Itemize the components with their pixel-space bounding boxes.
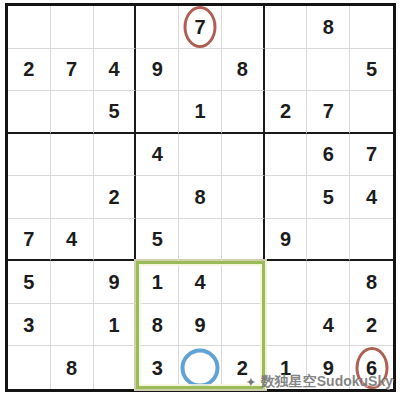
digit: 5 bbox=[323, 187, 334, 207]
cell-r2c5[interactable] bbox=[179, 49, 222, 92]
digit: 5 bbox=[23, 272, 34, 292]
cell-r8c3[interactable]: 1 bbox=[94, 304, 137, 347]
cell-r9c4[interactable]: 3 bbox=[136, 346, 179, 389]
cell-r3c7[interactable]: 2 bbox=[265, 91, 308, 134]
cell-r4c8[interactable]: 6 bbox=[307, 134, 350, 177]
digit: 5 bbox=[152, 229, 163, 249]
cell-r8c6[interactable] bbox=[222, 304, 265, 347]
cell-r4c3[interactable] bbox=[94, 134, 137, 177]
cell-r9c2[interactable]: 8 bbox=[51, 346, 94, 389]
digit: 4 bbox=[366, 187, 377, 207]
cell-r7c9[interactable]: 8 bbox=[350, 261, 393, 304]
cell-r3c9[interactable] bbox=[350, 91, 393, 134]
cell-r1c2[interactable] bbox=[51, 6, 94, 49]
cell-r7c4[interactable]: 1 bbox=[136, 261, 179, 304]
watermark-logo-icon: ✦ bbox=[244, 375, 258, 389]
cell-r1c1[interactable] bbox=[8, 6, 51, 49]
cell-r1c9[interactable] bbox=[350, 6, 393, 49]
cell-r3c3[interactable]: 5 bbox=[94, 91, 137, 134]
digit: 2 bbox=[280, 101, 291, 121]
cell-r5c7[interactable] bbox=[265, 176, 308, 219]
cell-r3c5[interactable]: 1 bbox=[179, 91, 222, 134]
digit: 8 bbox=[323, 17, 334, 37]
cell-r6c7[interactable]: 9 bbox=[265, 219, 308, 262]
cell-r8c2[interactable] bbox=[51, 304, 94, 347]
digit: 3 bbox=[23, 315, 34, 335]
digit: 7 bbox=[323, 101, 334, 121]
cell-r7c7[interactable] bbox=[265, 261, 308, 304]
cell-r8c9[interactable]: 2 bbox=[350, 304, 393, 347]
cell-r6c8[interactable] bbox=[307, 219, 350, 262]
cell-r3c6[interactable] bbox=[222, 91, 265, 134]
digit: 2 bbox=[366, 315, 377, 335]
cell-r3c1[interactable] bbox=[8, 91, 51, 134]
cell-r1c7[interactable] bbox=[265, 6, 308, 49]
digit: 4 bbox=[323, 315, 334, 335]
digit: 7 bbox=[23, 229, 34, 249]
cell-r7c2[interactable] bbox=[51, 261, 94, 304]
cell-r4c1[interactable] bbox=[8, 134, 51, 177]
cell-r2c7[interactable] bbox=[265, 49, 308, 92]
cell-r2c4[interactable]: 9 bbox=[136, 49, 179, 92]
digit: 7 bbox=[366, 144, 377, 164]
cell-r3c2[interactable] bbox=[51, 91, 94, 134]
cell-r1c3[interactable] bbox=[94, 6, 137, 49]
cell-r2c3[interactable]: 4 bbox=[94, 49, 137, 92]
cell-r6c4[interactable]: 5 bbox=[136, 219, 179, 262]
cell-r4c2[interactable] bbox=[51, 134, 94, 177]
sudoku-board: 7827498551274672854745959148318942832196 bbox=[5, 3, 396, 392]
digit: 1 bbox=[108, 315, 119, 335]
blue-circle-annotation bbox=[180, 348, 219, 387]
cell-r5c1[interactable] bbox=[8, 176, 51, 219]
digit: 6 bbox=[323, 144, 334, 164]
digit: 9 bbox=[280, 229, 291, 249]
cell-r1c6[interactable] bbox=[222, 6, 265, 49]
digit: 1 bbox=[194, 101, 205, 121]
digit: 3 bbox=[152, 358, 163, 378]
cell-r8c1[interactable]: 3 bbox=[8, 304, 51, 347]
cell-r7c3[interactable]: 9 bbox=[94, 261, 137, 304]
cell-r2c9[interactable]: 5 bbox=[350, 49, 393, 92]
cell-r3c4[interactable] bbox=[136, 91, 179, 134]
digit: 5 bbox=[366, 59, 377, 79]
cell-r4c4[interactable]: 4 bbox=[136, 134, 179, 177]
cell-r2c2[interactable]: 7 bbox=[51, 49, 94, 92]
cell-r9c5[interactable] bbox=[179, 346, 222, 389]
cell-r2c8[interactable] bbox=[307, 49, 350, 92]
cell-r5c4[interactable] bbox=[136, 176, 179, 219]
page: 7827498551274672854745959148318942832196… bbox=[0, 0, 400, 400]
cell-r1c5[interactable]: 7 bbox=[179, 6, 222, 49]
cell-r4c6[interactable] bbox=[222, 134, 265, 177]
digit: 7 bbox=[66, 59, 77, 79]
cell-r9c3[interactable] bbox=[94, 346, 137, 389]
cell-r7c5[interactable]: 4 bbox=[179, 261, 222, 304]
cell-r4c5[interactable] bbox=[179, 134, 222, 177]
cell-r6c6[interactable] bbox=[222, 219, 265, 262]
cell-r6c3[interactable] bbox=[94, 219, 137, 262]
digit: 4 bbox=[194, 272, 205, 292]
digit: 1 bbox=[152, 272, 163, 292]
cell-r8c8[interactable]: 4 bbox=[307, 304, 350, 347]
digit: 8 bbox=[66, 358, 77, 378]
cell-r6c5[interactable] bbox=[179, 219, 222, 262]
digit: 7 bbox=[194, 17, 205, 37]
cell-r5c2[interactable] bbox=[51, 176, 94, 219]
cell-r4c7[interactable] bbox=[265, 134, 308, 177]
cell-r5c3[interactable]: 2 bbox=[94, 176, 137, 219]
cell-r1c4[interactable] bbox=[136, 6, 179, 49]
digit: 8 bbox=[237, 59, 248, 79]
digit: 4 bbox=[152, 144, 163, 164]
cell-r4c9[interactable]: 7 bbox=[350, 134, 393, 177]
cell-r7c8[interactable] bbox=[307, 261, 350, 304]
digit: 2 bbox=[23, 59, 34, 79]
cell-r6c1[interactable]: 7 bbox=[8, 219, 51, 262]
cell-r7c6[interactable] bbox=[222, 261, 265, 304]
cell-r7c1[interactable]: 5 bbox=[8, 261, 51, 304]
cell-r9c1[interactable] bbox=[8, 346, 51, 389]
digit: 8 bbox=[366, 272, 377, 292]
digit: 9 bbox=[108, 272, 119, 292]
cell-r8c5[interactable]: 9 bbox=[179, 304, 222, 347]
cell-r5c6[interactable] bbox=[222, 176, 265, 219]
cell-r8c7[interactable] bbox=[265, 304, 308, 347]
cell-r6c2[interactable]: 4 bbox=[51, 219, 94, 262]
digit: 9 bbox=[194, 315, 205, 335]
cell-r2c1[interactable]: 2 bbox=[8, 49, 51, 92]
cell-r6c9[interactable] bbox=[350, 219, 393, 262]
digit: 5 bbox=[108, 101, 119, 121]
cell-r5c8[interactable]: 5 bbox=[307, 176, 350, 219]
digit: 2 bbox=[108, 187, 119, 207]
digit: 4 bbox=[108, 59, 119, 79]
cell-r5c9[interactable]: 4 bbox=[350, 176, 393, 219]
digit: 9 bbox=[152, 59, 163, 79]
watermark-text: 数独星空SudokuSky bbox=[261, 373, 393, 391]
digit: 8 bbox=[152, 315, 163, 335]
digit: 4 bbox=[66, 229, 77, 249]
cell-r2c6[interactable]: 8 bbox=[222, 49, 265, 92]
cell-r1c8[interactable]: 8 bbox=[307, 6, 350, 49]
cell-r3c8[interactable]: 7 bbox=[307, 91, 350, 134]
watermark: ✦ 数独星空SudokuSky bbox=[244, 373, 393, 391]
cell-r8c4[interactable]: 8 bbox=[136, 304, 179, 347]
digit: 8 bbox=[194, 187, 205, 207]
cell-r5c5[interactable]: 8 bbox=[179, 176, 222, 219]
